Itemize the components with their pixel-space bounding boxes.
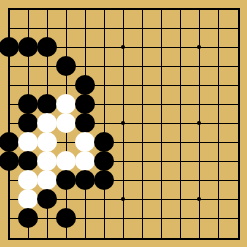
grid-line-horizontal [9,218,238,219]
black-stone[interactable] [18,113,38,133]
black-stone[interactable] [94,170,114,190]
white-stone[interactable] [18,189,38,209]
white-stone[interactable] [37,151,57,171]
star-point [197,45,201,49]
screenshot-root: { "game": "go", "board": { "size": 13, "… [0,0,247,247]
grid-line-vertical [218,9,219,238]
star-point [121,197,125,201]
go-board[interactable] [0,0,247,247]
black-stone[interactable] [56,56,76,76]
black-stone[interactable] [94,132,114,152]
black-stone[interactable] [0,37,19,57]
black-stone[interactable] [94,151,114,171]
black-stone[interactable] [0,151,19,171]
grid-line-vertical [180,9,181,238]
white-stone[interactable] [56,113,76,133]
black-stone[interactable] [37,37,57,57]
star-point [121,45,125,49]
black-stone[interactable] [0,132,19,152]
black-stone[interactable] [75,94,95,114]
black-stone[interactable] [56,208,76,228]
black-stone[interactable] [18,37,38,57]
white-stone[interactable] [18,170,38,190]
grid-line-vertical [142,9,143,238]
white-stone[interactable] [75,151,95,171]
white-stone[interactable] [37,113,57,133]
grid-line-vertical [161,9,162,238]
white-stone[interactable] [37,170,57,190]
star-point [197,121,201,125]
star-point [121,121,125,125]
white-stone[interactable] [37,132,57,152]
black-stone[interactable] [37,94,57,114]
white-stone[interactable] [56,94,76,114]
black-stone[interactable] [18,208,38,228]
black-stone[interactable] [37,189,57,209]
black-stone[interactable] [18,151,38,171]
black-stone[interactable] [75,113,95,133]
black-stone[interactable] [75,170,95,190]
white-stone[interactable] [56,151,76,171]
white-stone[interactable] [18,132,38,152]
white-stone[interactable] [75,132,95,152]
star-point [197,197,201,201]
black-stone[interactable] [18,94,38,114]
black-stone[interactable] [75,75,95,95]
black-stone[interactable] [56,170,76,190]
